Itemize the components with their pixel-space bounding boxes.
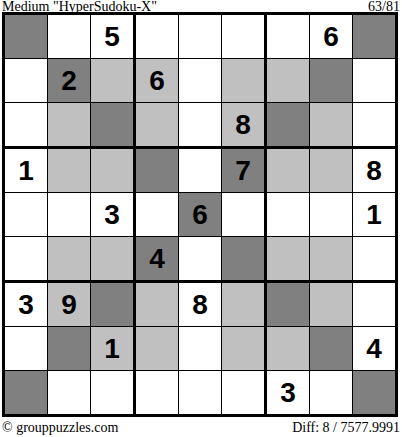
cell-r6c8[interactable] [310, 237, 352, 280]
cell-r3c3[interactable] [91, 103, 133, 146]
cell-r5c7[interactable] [267, 193, 309, 236]
cell-r8c8[interactable] [310, 327, 352, 370]
cell-r1c5[interactable] [179, 15, 221, 58]
cell-r3c5[interactable] [179, 103, 221, 146]
cell-r2c8[interactable] [310, 59, 352, 102]
cell-r2c5[interactable] [179, 59, 221, 102]
difficulty-text: Diff: 8 / 7577.9991 [292, 421, 400, 435]
copyright-link[interactable]: © grouppuzzles.com [2, 421, 118, 435]
cell-r5c3[interactable]: 3 [91, 193, 133, 236]
cell-r8c5[interactable] [179, 327, 221, 370]
cell-r6c1[interactable] [5, 237, 47, 280]
cell-r8c6[interactable] [222, 327, 264, 370]
cell-r5c4[interactable] [136, 193, 178, 236]
cell-r9c6[interactable] [222, 371, 264, 414]
cell-r2c9[interactable] [353, 59, 395, 102]
cell-r6c6[interactable] [222, 237, 264, 280]
cell-r9c5[interactable] [179, 371, 221, 414]
cell-r1c9[interactable] [353, 15, 395, 58]
cell-r9c4[interactable] [136, 371, 178, 414]
cell-r5c9[interactable]: 1 [353, 193, 395, 236]
cell-r9c3[interactable] [91, 371, 133, 414]
cell-r8c9[interactable]: 4 [353, 327, 395, 370]
cell-r2c7[interactable] [267, 59, 309, 102]
cell-r6c7[interactable] [267, 237, 309, 280]
cell-r1c1[interactable] [5, 15, 47, 58]
cell-r7c6[interactable] [222, 283, 264, 326]
cell-r6c5[interactable] [179, 237, 221, 280]
cell-r2c3[interactable] [91, 59, 133, 102]
cell-r1c8[interactable]: 6 [310, 15, 352, 58]
cell-r6c3[interactable] [91, 237, 133, 280]
cell-r7c9[interactable] [353, 283, 395, 326]
cell-r5c8[interactable] [310, 193, 352, 236]
cell-r7c8[interactable] [310, 283, 352, 326]
cell-r8c2[interactable] [48, 327, 90, 370]
cell-r3c2[interactable] [48, 103, 90, 146]
cell-r4c4[interactable] [136, 149, 178, 192]
cell-r9c7[interactable]: 3 [267, 371, 309, 414]
sudoku-board: 562681783614398143 [2, 12, 398, 417]
cell-r7c3[interactable] [91, 283, 133, 326]
cell-r4c1[interactable]: 1 [5, 149, 47, 192]
cell-r3c4[interactable] [136, 103, 178, 146]
cell-r7c1[interactable]: 3 [5, 283, 47, 326]
cell-r6c4[interactable]: 4 [136, 237, 178, 280]
cell-r9c9[interactable] [353, 371, 395, 414]
cell-r8c3[interactable]: 1 [91, 327, 133, 370]
cell-r7c4[interactable] [136, 283, 178, 326]
cell-r3c8[interactable] [310, 103, 352, 146]
cell-r2c2[interactable]: 2 [48, 59, 90, 102]
cell-r4c8[interactable] [310, 149, 352, 192]
cell-r2c6[interactable] [222, 59, 264, 102]
cell-r4c7[interactable] [267, 149, 309, 192]
cell-r3c1[interactable] [5, 103, 47, 146]
cell-r5c6[interactable] [222, 193, 264, 236]
cell-r9c1[interactable] [5, 371, 47, 414]
cell-r3c7[interactable] [267, 103, 309, 146]
cell-r1c3[interactable]: 5 [91, 15, 133, 58]
cell-r4c2[interactable] [48, 149, 90, 192]
cell-r8c7[interactable] [267, 327, 309, 370]
cell-r9c2[interactable] [48, 371, 90, 414]
cell-r7c2[interactable]: 9 [48, 283, 90, 326]
cell-r4c5[interactable] [179, 149, 221, 192]
cell-r5c2[interactable] [48, 193, 90, 236]
cell-r8c1[interactable] [5, 327, 47, 370]
cell-r7c7[interactable] [267, 283, 309, 326]
cell-r4c6[interactable]: 7 [222, 149, 264, 192]
cell-r6c9[interactable] [353, 237, 395, 280]
footer-bar: © grouppuzzles.com Diff: 8 / 7577.9991 [2, 421, 400, 435]
cell-r3c9[interactable] [353, 103, 395, 146]
cell-r7c5[interactable]: 8 [179, 283, 221, 326]
cell-r1c4[interactable] [136, 15, 178, 58]
cell-r3c6[interactable]: 8 [222, 103, 264, 146]
cell-r9c8[interactable] [310, 371, 352, 414]
cell-r1c2[interactable] [48, 15, 90, 58]
cell-r8c4[interactable] [136, 327, 178, 370]
cell-r2c4[interactable]: 6 [136, 59, 178, 102]
cell-r5c1[interactable] [5, 193, 47, 236]
cell-r6c2[interactable] [48, 237, 90, 280]
cell-r4c3[interactable] [91, 149, 133, 192]
cell-r4c9[interactable]: 8 [353, 149, 395, 192]
cell-r5c5[interactable]: 6 [179, 193, 221, 236]
cell-r1c6[interactable] [222, 15, 264, 58]
cell-r2c1[interactable] [5, 59, 47, 102]
cell-r1c7[interactable] [267, 15, 309, 58]
